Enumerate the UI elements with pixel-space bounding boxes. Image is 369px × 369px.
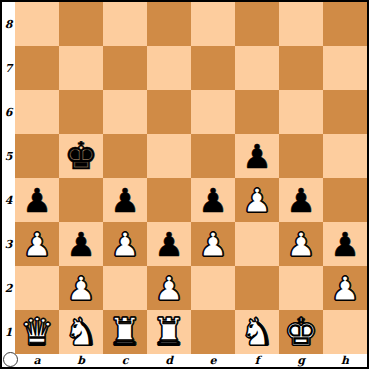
square-c6[interactable] bbox=[103, 90, 147, 134]
square-a8[interactable] bbox=[15, 2, 59, 46]
piece-white-knight[interactable]: ♞ bbox=[64, 313, 98, 351]
square-c3[interactable]: ♟ bbox=[103, 222, 147, 266]
square-f7[interactable] bbox=[235, 46, 279, 90]
square-c1[interactable]: ♜ bbox=[103, 310, 147, 354]
square-a3[interactable]: ♟ bbox=[15, 222, 59, 266]
square-c7[interactable] bbox=[103, 46, 147, 90]
square-b8[interactable] bbox=[59, 2, 103, 46]
square-d1[interactable]: ♜ bbox=[147, 310, 191, 354]
square-e5[interactable] bbox=[191, 134, 235, 178]
piece-white-knight[interactable]: ♞ bbox=[240, 313, 274, 351]
square-f4[interactable]: ♟ bbox=[235, 178, 279, 222]
piece-white-pawn[interactable]: ♟ bbox=[198, 228, 228, 261]
square-e8[interactable] bbox=[191, 2, 235, 46]
square-a6[interactable] bbox=[15, 90, 59, 134]
square-d3[interactable]: ♟ bbox=[147, 222, 191, 266]
piece-white-pawn[interactable]: ♟ bbox=[154, 272, 184, 305]
file-label-h: h bbox=[323, 354, 367, 367]
rank-label-5: 5 bbox=[2, 134, 15, 178]
square-h2[interactable]: ♟ bbox=[323, 266, 367, 310]
rank-label-4: 4 bbox=[2, 178, 15, 222]
piece-black-pawn[interactable]: ♟ bbox=[22, 184, 52, 217]
file-label-a: a bbox=[15, 354, 59, 367]
file-label-d: d bbox=[147, 354, 191, 367]
piece-black-pawn[interactable]: ♟ bbox=[242, 140, 272, 173]
square-d4[interactable] bbox=[147, 178, 191, 222]
square-h1[interactable] bbox=[323, 310, 367, 354]
square-h5[interactable] bbox=[323, 134, 367, 178]
chess-board: ♚♟♟♟♟♟♟♟♟♟♟♟♟♟♟♟♟♛♞♜♜♞♚ bbox=[15, 2, 367, 354]
square-g7[interactable] bbox=[279, 46, 323, 90]
piece-white-rook[interactable]: ♜ bbox=[152, 313, 186, 351]
chess-diagram: 87654321 ♚♟♟♟♟♟♟♟♟♟♟♟♟♟♟♟♟♛♞♜♜♞♚ abcdefg… bbox=[0, 0, 369, 369]
square-d8[interactable] bbox=[147, 2, 191, 46]
square-g5[interactable] bbox=[279, 134, 323, 178]
square-a7[interactable] bbox=[15, 46, 59, 90]
square-c4[interactable]: ♟ bbox=[103, 178, 147, 222]
square-e4[interactable]: ♟ bbox=[191, 178, 235, 222]
square-b6[interactable] bbox=[59, 90, 103, 134]
piece-black-pawn[interactable]: ♟ bbox=[154, 228, 184, 261]
rank-label-1: 1 bbox=[2, 310, 15, 354]
square-g6[interactable] bbox=[279, 90, 323, 134]
square-a4[interactable]: ♟ bbox=[15, 178, 59, 222]
square-c8[interactable] bbox=[103, 2, 147, 46]
square-g1[interactable]: ♚ bbox=[279, 310, 323, 354]
square-e6[interactable] bbox=[191, 90, 235, 134]
rank-label-7: 7 bbox=[2, 46, 15, 90]
file-label-g: g bbox=[279, 354, 323, 367]
file-label-f: f bbox=[235, 354, 279, 367]
piece-black-king[interactable]: ♚ bbox=[64, 137, 98, 175]
square-f5[interactable]: ♟ bbox=[235, 134, 279, 178]
rank-label-3: 3 bbox=[2, 222, 15, 266]
piece-white-pawn[interactable]: ♟ bbox=[286, 228, 316, 261]
square-d5[interactable] bbox=[147, 134, 191, 178]
square-b5[interactable]: ♚ bbox=[59, 134, 103, 178]
square-f2[interactable] bbox=[235, 266, 279, 310]
square-a1[interactable]: ♛ bbox=[15, 310, 59, 354]
square-e1[interactable] bbox=[191, 310, 235, 354]
rank-label-2: 2 bbox=[2, 266, 15, 310]
piece-white-queen[interactable]: ♛ bbox=[20, 313, 54, 351]
square-h7[interactable] bbox=[323, 46, 367, 90]
file-label-b: b bbox=[59, 354, 103, 367]
piece-black-pawn[interactable]: ♟ bbox=[286, 184, 316, 217]
square-b7[interactable] bbox=[59, 46, 103, 90]
rank-label-6: 6 bbox=[2, 90, 15, 134]
square-g4[interactable]: ♟ bbox=[279, 178, 323, 222]
square-c5[interactable] bbox=[103, 134, 147, 178]
piece-white-pawn[interactable]: ♟ bbox=[330, 272, 360, 305]
piece-black-pawn[interactable]: ♟ bbox=[198, 184, 228, 217]
square-d2[interactable]: ♟ bbox=[147, 266, 191, 310]
square-f3[interactable] bbox=[235, 222, 279, 266]
square-h8[interactable] bbox=[323, 2, 367, 46]
square-h6[interactable] bbox=[323, 90, 367, 134]
piece-white-pawn[interactable]: ♟ bbox=[22, 228, 52, 261]
file-labels: abcdefgh bbox=[15, 354, 367, 367]
square-d7[interactable] bbox=[147, 46, 191, 90]
piece-white-pawn[interactable]: ♟ bbox=[66, 272, 96, 305]
rank-label-8: 8 bbox=[2, 2, 15, 46]
file-label-c: c bbox=[103, 354, 147, 367]
rank-labels: 87654321 bbox=[2, 2, 15, 354]
piece-white-king[interactable]: ♚ bbox=[284, 313, 318, 351]
square-c2[interactable] bbox=[103, 266, 147, 310]
white-to-move-indicator bbox=[3, 352, 18, 367]
square-e2[interactable] bbox=[191, 266, 235, 310]
square-b1[interactable]: ♞ bbox=[59, 310, 103, 354]
piece-black-pawn[interactable]: ♟ bbox=[110, 184, 140, 217]
square-f6[interactable] bbox=[235, 90, 279, 134]
square-a5[interactable] bbox=[15, 134, 59, 178]
square-e3[interactable]: ♟ bbox=[191, 222, 235, 266]
square-h4[interactable] bbox=[323, 178, 367, 222]
piece-white-rook[interactable]: ♜ bbox=[108, 313, 142, 351]
square-f1[interactable]: ♞ bbox=[235, 310, 279, 354]
square-e7[interactable] bbox=[191, 46, 235, 90]
piece-white-pawn[interactable]: ♟ bbox=[110, 228, 140, 261]
square-f8[interactable] bbox=[235, 2, 279, 46]
piece-white-pawn[interactable]: ♟ bbox=[242, 184, 272, 217]
square-a2[interactable] bbox=[15, 266, 59, 310]
square-h3[interactable]: ♟ bbox=[323, 222, 367, 266]
square-g2[interactable] bbox=[279, 266, 323, 310]
square-b4[interactable] bbox=[59, 178, 103, 222]
piece-black-pawn[interactable]: ♟ bbox=[330, 228, 360, 261]
square-b2[interactable]: ♟ bbox=[59, 266, 103, 310]
file-label-e: e bbox=[191, 354, 235, 367]
square-d6[interactable] bbox=[147, 90, 191, 134]
square-b3[interactable]: ♟ bbox=[59, 222, 103, 266]
square-g3[interactable]: ♟ bbox=[279, 222, 323, 266]
piece-black-pawn[interactable]: ♟ bbox=[66, 228, 96, 261]
square-g8[interactable] bbox=[279, 2, 323, 46]
